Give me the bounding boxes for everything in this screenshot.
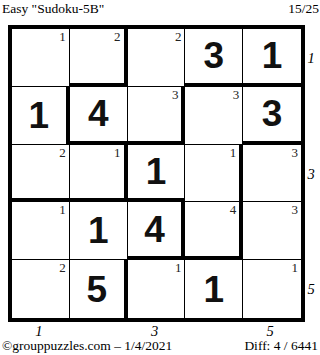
col-label-5: 5 [266, 323, 273, 340]
col-label-3: 3 [151, 323, 158, 340]
cell-r3c2: 1 [70, 145, 128, 203]
cell-r4c3: 4 [128, 202, 186, 260]
clue-counter: 15/25 [288, 1, 319, 17]
cell-r3c1: 2 [12, 145, 70, 203]
cell-r2c1: 1 [12, 87, 70, 145]
cell-value: 3 [204, 37, 225, 74]
cell-value: 1 [29, 97, 50, 134]
cell-r4c5: 3 [243, 202, 301, 260]
row-label-3: 3 [307, 165, 314, 182]
corner-clue: 1 [59, 202, 66, 217]
corner-clue: 4 [230, 202, 237, 217]
difficulty-text: Diff: 4 / 6441 [244, 338, 318, 354]
cell-r2c5: 3 [243, 87, 301, 145]
sudoku-board: 1223114333211131144325111 [8, 25, 305, 322]
cell-value: 1 [204, 271, 225, 308]
cell-r2c4: 3 [185, 87, 243, 145]
corner-clue: 1 [175, 260, 182, 275]
cell-r1c4: 3 [185, 29, 243, 87]
puzzle-page: Easy "Sudoku-5B" 15/25 12231143332111311… [0, 0, 320, 355]
corner-clue: 2 [59, 260, 66, 275]
corner-clue: 3 [291, 202, 298, 217]
corner-clue: 2 [114, 29, 121, 44]
cell-value: 3 [262, 95, 283, 132]
cell-r4c2: 1 [70, 202, 128, 260]
corner-clue: 1 [114, 145, 121, 160]
cell-r3c4: 1 [185, 145, 243, 203]
cell-r5c4: 1 [185, 260, 243, 318]
cell-r1c5: 1 [243, 29, 301, 87]
row-label-5: 5 [307, 281, 314, 298]
cell-r5c1: 2 [12, 260, 70, 318]
cell-value: 4 [88, 95, 109, 132]
cell-r2c3: 3 [128, 87, 186, 145]
corner-clue: 2 [175, 29, 182, 44]
corner-clue: 2 [59, 145, 66, 160]
cell-value: 1 [262, 37, 283, 74]
cell-r1c1: 1 [12, 29, 70, 87]
cell-r5c3: 1 [128, 260, 186, 318]
cell-r3c3: 1 [128, 145, 186, 203]
cell-r1c3: 2 [128, 29, 186, 87]
cell-r5c5: 1 [243, 260, 301, 318]
cell-value: 5 [86, 271, 107, 308]
page-title: Easy "Sudoku-5B" [2, 1, 104, 17]
cell-r2c2: 4 [70, 87, 128, 145]
cell-r1c2: 2 [70, 29, 128, 87]
cell-value: 4 [144, 211, 165, 248]
corner-clue: 3 [172, 87, 179, 102]
corner-clue: 3 [291, 145, 298, 160]
cell-value: 1 [88, 212, 109, 249]
corner-clue: 1 [59, 29, 66, 44]
cell-r5c2: 5 [70, 260, 128, 318]
row-label-1: 1 [307, 49, 314, 66]
corner-clue: 1 [291, 260, 298, 275]
cell-r4c4: 4 [185, 202, 243, 260]
copyright-text: ©grouppuzzles.com – 1/4/2021 [2, 338, 172, 354]
cell-r4c1: 1 [12, 202, 70, 260]
cell-value: 1 [146, 153, 167, 190]
corner-clue: 1 [230, 145, 237, 160]
corner-clue: 3 [233, 87, 240, 102]
col-label-1: 1 [35, 323, 42, 340]
cell-r3c5: 3 [243, 145, 301, 203]
